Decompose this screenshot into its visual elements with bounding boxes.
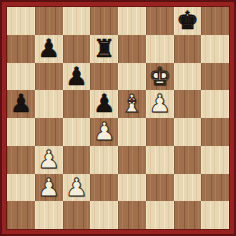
square-b3[interactable]: ♟ bbox=[35, 146, 63, 174]
square-g8[interactable]: ♚ bbox=[174, 7, 202, 35]
square-g7[interactable] bbox=[174, 35, 202, 63]
square-b8[interactable] bbox=[35, 7, 63, 35]
white-pawn[interactable]: ♟ bbox=[37, 146, 59, 174]
chess-diagram: ♚♟♜♟♚♟♟♝♟♟♟♟♟ bbox=[0, 0, 236, 236]
square-a4[interactable] bbox=[7, 118, 35, 146]
white-pawn[interactable]: ♟ bbox=[148, 90, 170, 118]
square-b5[interactable] bbox=[35, 90, 63, 118]
square-f3[interactable] bbox=[146, 146, 174, 174]
square-a2[interactable] bbox=[7, 174, 35, 202]
square-a5[interactable]: ♟ bbox=[7, 90, 35, 118]
square-g5[interactable] bbox=[174, 90, 202, 118]
square-c5[interactable] bbox=[63, 90, 91, 118]
square-b1[interactable] bbox=[35, 201, 63, 229]
square-h7[interactable] bbox=[201, 35, 229, 63]
white-pawn[interactable]: ♟ bbox=[37, 174, 59, 202]
square-c6[interactable]: ♟ bbox=[63, 63, 91, 91]
square-d3[interactable] bbox=[90, 146, 118, 174]
square-d7[interactable]: ♜ bbox=[90, 35, 118, 63]
square-d4[interactable]: ♟ bbox=[90, 118, 118, 146]
square-h1[interactable] bbox=[201, 201, 229, 229]
square-h2[interactable] bbox=[201, 174, 229, 202]
square-d1[interactable] bbox=[90, 201, 118, 229]
black-rook[interactable]: ♜ bbox=[93, 35, 115, 63]
square-d6[interactable] bbox=[90, 63, 118, 91]
square-g3[interactable] bbox=[174, 146, 202, 174]
square-b4[interactable] bbox=[35, 118, 63, 146]
square-e8[interactable] bbox=[118, 7, 146, 35]
black-pawn[interactable]: ♟ bbox=[65, 63, 87, 91]
square-f1[interactable] bbox=[146, 201, 174, 229]
square-f4[interactable] bbox=[146, 118, 174, 146]
square-d8[interactable] bbox=[90, 7, 118, 35]
square-g4[interactable] bbox=[174, 118, 202, 146]
square-a3[interactable] bbox=[7, 146, 35, 174]
square-e1[interactable] bbox=[118, 201, 146, 229]
black-pawn[interactable]: ♟ bbox=[37, 35, 59, 63]
square-e3[interactable] bbox=[118, 146, 146, 174]
black-pawn[interactable]: ♟ bbox=[93, 90, 115, 118]
square-a1[interactable] bbox=[7, 201, 35, 229]
square-h5[interactable] bbox=[201, 90, 229, 118]
square-b7[interactable]: ♟ bbox=[35, 35, 63, 63]
square-e5[interactable]: ♝ bbox=[118, 90, 146, 118]
square-f7[interactable] bbox=[146, 35, 174, 63]
square-g2[interactable] bbox=[174, 174, 202, 202]
square-c1[interactable] bbox=[63, 201, 91, 229]
square-e2[interactable] bbox=[118, 174, 146, 202]
black-king[interactable]: ♚ bbox=[176, 7, 198, 35]
square-g6[interactable] bbox=[174, 63, 202, 91]
square-e6[interactable] bbox=[118, 63, 146, 91]
square-h6[interactable] bbox=[201, 63, 229, 91]
square-c8[interactable] bbox=[63, 7, 91, 35]
square-f8[interactable] bbox=[146, 7, 174, 35]
square-g1[interactable] bbox=[174, 201, 202, 229]
square-c4[interactable] bbox=[63, 118, 91, 146]
chess-board: ♚♟♜♟♚♟♟♝♟♟♟♟♟ bbox=[7, 7, 229, 229]
square-e7[interactable] bbox=[118, 35, 146, 63]
square-h3[interactable] bbox=[201, 146, 229, 174]
square-e4[interactable] bbox=[118, 118, 146, 146]
white-king[interactable]: ♚ bbox=[148, 63, 170, 91]
square-c7[interactable] bbox=[63, 35, 91, 63]
square-a8[interactable] bbox=[7, 7, 35, 35]
square-f5[interactable]: ♟ bbox=[146, 90, 174, 118]
square-h4[interactable] bbox=[201, 118, 229, 146]
square-b6[interactable] bbox=[35, 63, 63, 91]
white-pawn[interactable]: ♟ bbox=[65, 174, 87, 202]
square-b2[interactable]: ♟ bbox=[35, 174, 63, 202]
square-c2[interactable]: ♟ bbox=[63, 174, 91, 202]
square-d2[interactable] bbox=[90, 174, 118, 202]
square-a6[interactable] bbox=[7, 63, 35, 91]
square-h8[interactable] bbox=[201, 7, 229, 35]
black-pawn[interactable]: ♟ bbox=[10, 90, 32, 118]
square-c3[interactable] bbox=[63, 146, 91, 174]
square-f6[interactable]: ♚ bbox=[146, 63, 174, 91]
white-bishop[interactable]: ♝ bbox=[121, 90, 143, 118]
square-d5[interactable]: ♟ bbox=[90, 90, 118, 118]
white-pawn[interactable]: ♟ bbox=[93, 118, 115, 146]
square-f2[interactable] bbox=[146, 174, 174, 202]
board-frame: ♚♟♜♟♚♟♟♝♟♟♟♟♟ bbox=[0, 0, 236, 236]
square-a7[interactable] bbox=[7, 35, 35, 63]
